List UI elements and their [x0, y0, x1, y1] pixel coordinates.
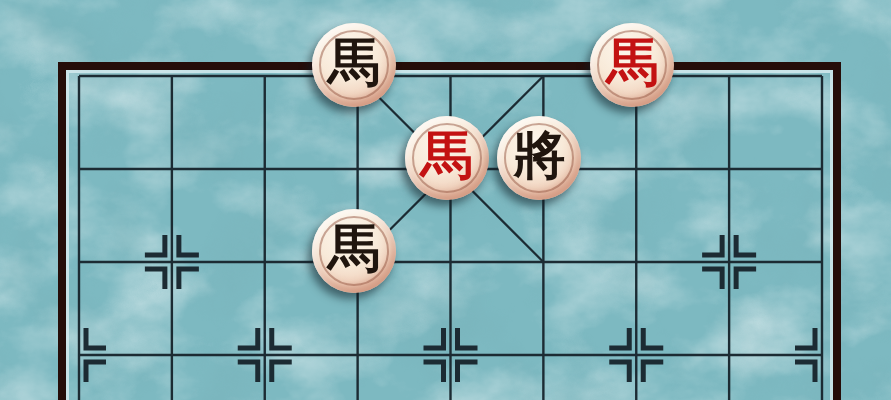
black-horse-glyph: 馬 [328, 207, 380, 291]
black-general-glyph: 將 [513, 114, 565, 198]
piece-red-horse[interactable]: 馬 [405, 116, 489, 200]
piece-red-horse[interactable]: 馬 [590, 23, 674, 107]
red-horse-glyph: 馬 [606, 21, 658, 105]
piece-black-horse[interactable]: 馬 [312, 209, 396, 293]
piece-black-general[interactable]: 將 [497, 116, 581, 200]
xiangqi-app-screenshot: 馬馬馬將馬 [0, 0, 891, 400]
board-surface[interactable] [59, 56, 842, 400]
red-horse-glyph: 馬 [421, 114, 473, 198]
piece-black-horse[interactable]: 馬 [312, 23, 396, 107]
black-horse-glyph: 馬 [328, 21, 380, 105]
